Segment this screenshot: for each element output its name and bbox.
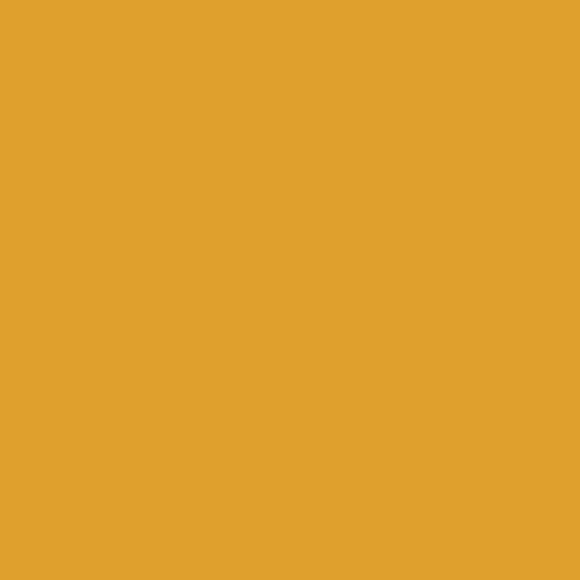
go-board xyxy=(0,0,580,580)
board-points xyxy=(24,24,556,556)
